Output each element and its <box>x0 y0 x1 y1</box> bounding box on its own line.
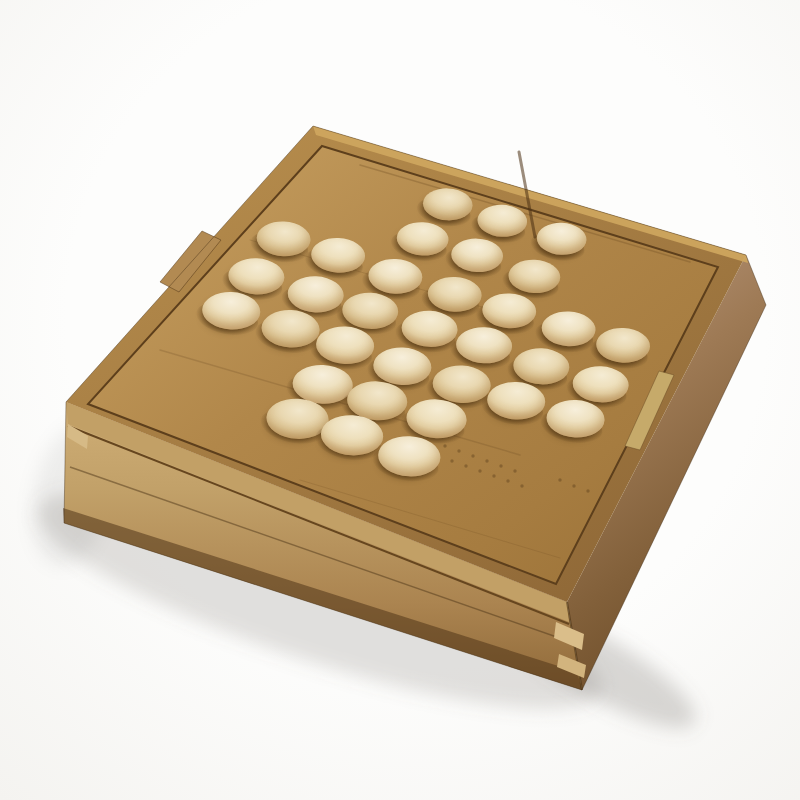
scene <box>0 0 800 800</box>
